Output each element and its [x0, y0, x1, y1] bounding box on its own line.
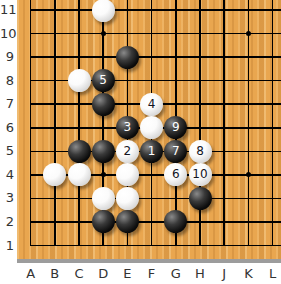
- white-stone-E3[interactable]: [116, 187, 139, 210]
- column-label-J: J: [215, 266, 233, 281]
- white-stone-H5-move-8[interactable]: 8: [189, 140, 212, 163]
- grid-vline-col-A: [30, 0, 32, 246]
- row-label-7: 7: [0, 96, 14, 112]
- grid-hline-row-11: [30, 9, 281, 11]
- column-label-F: F: [143, 266, 161, 281]
- row-label-2: 2: [0, 214, 14, 230]
- black-stone-H3[interactable]: [189, 187, 212, 210]
- star-point-K10: [246, 31, 251, 36]
- black-stone-E6-move-3[interactable]: 3: [116, 116, 139, 139]
- black-stone-D2[interactable]: [92, 210, 115, 233]
- black-stone-E9[interactable]: [116, 46, 139, 69]
- white-stone-H4-move-10[interactable]: 10: [189, 163, 212, 186]
- column-label-H: H: [191, 266, 209, 281]
- grid-hline-row-9: [30, 56, 281, 58]
- black-stone-C5[interactable]: [68, 140, 91, 163]
- column-label-K: K: [239, 266, 257, 281]
- row-label-8: 8: [0, 73, 14, 89]
- black-stone-D5[interactable]: [92, 140, 115, 163]
- row-label-9: 9: [0, 49, 14, 65]
- white-stone-F7-move-4[interactable]: 4: [140, 93, 163, 116]
- column-label-B: B: [46, 266, 64, 281]
- grid-vline-col-J: [223, 0, 225, 246]
- row-label-5: 5: [0, 143, 14, 159]
- grid-vline-col-L: [272, 0, 274, 246]
- column-label-G: G: [167, 266, 185, 281]
- board-edge-shadow: [17, 259, 281, 263]
- black-stone-F5-move-1[interactable]: 1: [140, 140, 163, 163]
- row-label-1: 1: [0, 238, 14, 254]
- column-label-D: D: [94, 266, 112, 281]
- grid-vline-col-C: [78, 0, 80, 246]
- white-stone-E5-move-2[interactable]: 2: [116, 140, 139, 163]
- column-label-E: E: [118, 266, 136, 281]
- white-stone-D11[interactable]: [92, 0, 115, 22]
- grid-hline-row-10: [30, 33, 281, 35]
- star-point-D10: [101, 31, 106, 36]
- row-label-4: 4: [0, 167, 14, 183]
- white-stone-C4[interactable]: [68, 163, 91, 186]
- column-label-L: L: [264, 266, 281, 281]
- grid-hline-row-3: [30, 198, 281, 200]
- row-label-6: 6: [0, 120, 14, 136]
- row-label-10: 10: [0, 26, 14, 42]
- black-stone-D8-move-5[interactable]: 5: [92, 69, 115, 92]
- grid-vline-col-K: [248, 0, 250, 246]
- row-label-3: 3: [0, 190, 14, 206]
- black-stone-G5-move-7[interactable]: 7: [164, 140, 187, 163]
- grid-hline-row-2: [30, 221, 281, 223]
- grid-hline-row-1: [30, 245, 281, 247]
- go-diagram: 54392178610 ABCDEFGHJKL1110987654321: [0, 0, 281, 284]
- column-label-A: A: [22, 266, 40, 281]
- black-stone-D7[interactable]: [92, 93, 115, 116]
- row-label-11: 11: [0, 2, 14, 18]
- grid-vline-col-B: [54, 0, 56, 246]
- white-stone-C8[interactable]: [68, 69, 91, 92]
- column-label-C: C: [70, 266, 88, 281]
- white-stone-D3[interactable]: [92, 187, 115, 210]
